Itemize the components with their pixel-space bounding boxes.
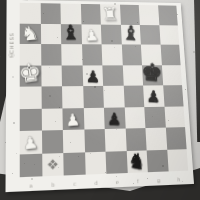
black-pawn[interactable]: ♟ [85,69,99,85]
black-bishop[interactable]: ♝ [121,23,139,44]
black-king[interactable]: ♚ [141,59,164,85]
white-pawn[interactable]: ♟ [65,111,81,128]
square-h8[interactable] [158,5,178,25]
square-g7[interactable] [140,25,160,45]
square-a4[interactable] [20,86,41,108]
white-pawn[interactable]: ♟ [22,134,39,153]
background-shadow-right [193,0,200,142]
file-label-a: a [20,181,42,189]
file-label-e: e [107,178,128,185]
square-g8[interactable] [139,5,159,25]
white-knight[interactable]: ♞ [20,22,41,43]
photo-background: Ⓒ CHESS ❖♜♞♝♟♝♚♟♚♟♟♟♟♞ abcdefgh [0,0,200,200]
square-e1[interactable] [106,151,128,174]
white-pawn[interactable]: ♟ [84,27,99,43]
square-e6[interactable] [102,44,123,65]
square-h3[interactable] [164,106,185,128]
board-maker-logo: ❖ [46,156,59,173]
chess-board[interactable]: Ⓒ CHESS ❖♜♞♝♟♝♚♟♚♟♟♟♟♞ abcdefgh [6,0,195,192]
square-d4[interactable] [83,86,104,108]
square-h1[interactable] [167,149,188,172]
square-c2[interactable] [63,130,85,153]
square-h7[interactable] [159,25,179,45]
square-c1[interactable] [63,152,85,176]
square-b2[interactable] [41,130,63,153]
square-d1[interactable] [85,151,107,174]
square-h5[interactable] [161,65,182,86]
square-d3[interactable] [83,107,104,129]
black-pawn[interactable]: ♟ [146,89,160,106]
square-g1[interactable] [147,149,169,172]
black-bishop[interactable]: ♝ [61,23,81,43]
square-e5[interactable] [102,65,123,86]
file-label-f: f [127,177,148,184]
square-b7[interactable] [40,23,61,44]
square-h4[interactable] [163,85,184,106]
black-pawn[interactable]: ♟ [107,111,121,128]
square-f4[interactable] [123,86,144,107]
square-b4[interactable] [41,86,62,108]
square-a3[interactable] [20,108,42,131]
square-h2[interactable] [165,127,186,149]
square-e2[interactable] [105,129,127,152]
square-e7[interactable] [101,24,122,44]
square-b3[interactable] [41,108,63,131]
square-c4[interactable] [62,86,83,108]
board-grid[interactable]: ❖♜♞♝♟♝♚♟♚♟♟♟♟♞ [20,3,188,177]
square-c5[interactable] [62,65,83,86]
square-d2[interactable] [84,129,106,152]
square-f6[interactable] [121,44,142,64]
square-b8[interactable] [40,3,61,23]
square-f3[interactable] [124,107,145,129]
square-d8[interactable] [80,4,100,24]
square-g3[interactable] [144,106,165,128]
file-label-d: d [85,179,106,186]
square-e4[interactable] [103,86,124,108]
file-label-b: b [42,180,64,187]
square-c6[interactable] [61,44,82,65]
white-king[interactable]: ♚ [17,59,44,87]
square-b5[interactable] [41,65,62,86]
file-label-c: c [64,179,86,186]
board-border: Ⓒ CHESS ❖♜♞♝♟♝♚♟♚♟♟♟♟♞ abcdefgh [6,0,195,192]
file-label-g: g [148,176,169,183]
square-a1[interactable] [20,153,42,177]
white-rook[interactable]: ♜ [101,5,119,23]
brand-label: Ⓒ CHESS [8,32,14,62]
square-g2[interactable] [145,128,166,150]
photo-speckle [193,51,195,53]
file-label-h: h [168,175,189,182]
square-d6[interactable] [82,44,103,65]
square-b6[interactable] [41,44,62,65]
black-knight[interactable]: ♞ [126,149,147,173]
